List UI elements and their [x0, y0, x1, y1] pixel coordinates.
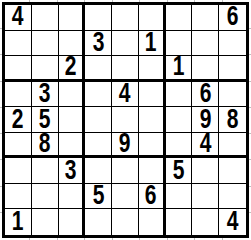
cell-r5c9: 8 [219, 107, 246, 133]
cell-r8c6: 6 [139, 184, 166, 210]
gridline-tick [249, 159, 251, 160]
given-digit: 1 [173, 56, 185, 81]
cell-r1c4[interactable] [85, 5, 112, 31]
cell-r6c2: 8 [32, 133, 59, 159]
cell-r9c7[interactable] [166, 209, 193, 235]
given-digit: 5 [92, 184, 104, 210]
gridline-tick [167, 0, 168, 2]
cell-r5c3[interactable] [59, 107, 86, 133]
cell-r6c3[interactable] [59, 133, 86, 159]
cell-r4c8: 6 [192, 82, 219, 108]
sudoku-board: 4631213462598894355614 [0, 0, 251, 240]
cell-r8c9[interactable] [219, 184, 246, 210]
cell-r2c5[interactable] [112, 31, 139, 57]
cell-r3c3: 2 [59, 56, 86, 82]
given-digit: 5 [173, 158, 185, 184]
cell-r5c8: 9 [192, 107, 219, 133]
given-digit: 1 [12, 209, 24, 235]
given-digit: 3 [65, 158, 77, 184]
given-digit: 5 [39, 107, 51, 133]
cell-r7c3: 3 [59, 158, 86, 184]
gridline-tick [0, 159, 2, 160]
gridline-tick [0, 133, 2, 134]
gridline-tick [139, 0, 140, 2]
cell-r1c8[interactable] [192, 5, 219, 31]
cell-r3c5[interactable] [112, 56, 139, 82]
cell-r3c1[interactable] [5, 56, 32, 82]
gridline-tick [0, 81, 2, 82]
cell-r5c5[interactable] [112, 107, 139, 133]
cell-r8c7[interactable] [166, 184, 193, 210]
cell-r8c3[interactable] [59, 184, 86, 210]
given-digit: 6 [199, 82, 211, 108]
cell-r4c1[interactable] [5, 82, 32, 108]
cell-r5c4[interactable] [85, 107, 112, 133]
sudoku-grid: 4631213462598894355614 [2, 2, 249, 238]
cell-r3c7: 1 [166, 56, 193, 82]
cell-r5c6[interactable] [139, 107, 166, 133]
cell-r1c7[interactable] [166, 5, 193, 31]
cell-r1c5[interactable] [112, 5, 139, 31]
cell-r9c2[interactable] [32, 209, 59, 235]
cell-r6c1[interactable] [5, 133, 32, 159]
cell-r4c6[interactable] [139, 82, 166, 108]
gridline-tick [249, 186, 251, 187]
gridline-tick [0, 28, 2, 29]
given-digit: 8 [227, 107, 239, 133]
cell-r7c7: 5 [166, 158, 193, 184]
cell-r5c7[interactable] [166, 107, 193, 133]
cell-r9c1: 1 [5, 209, 32, 235]
cell-r8c8[interactable] [192, 184, 219, 210]
cell-r6c9[interactable] [219, 133, 246, 159]
cell-r7c6[interactable] [139, 158, 166, 184]
cell-r7c4[interactable] [85, 158, 112, 184]
gridline-tick [57, 0, 58, 2]
cell-r1c6[interactable] [139, 5, 166, 31]
cell-r8c5[interactable] [112, 184, 139, 210]
gridline-tick [249, 54, 251, 55]
gridline-tick [0, 212, 2, 213]
cell-r1c9: 6 [219, 5, 246, 31]
cell-r9c6[interactable] [139, 209, 166, 235]
given-digit: 4 [12, 5, 24, 31]
cell-r7c9[interactable] [219, 158, 246, 184]
given-digit: 4 [227, 209, 239, 235]
given-digit: 6 [227, 5, 239, 31]
cell-r4c3[interactable] [59, 82, 86, 108]
given-digit: 1 [145, 31, 157, 57]
cell-r1c2[interactable] [32, 5, 59, 31]
cell-r9c3[interactable] [59, 209, 86, 235]
gridline-tick [249, 212, 251, 213]
cell-r6c8: 4 [192, 133, 219, 159]
gridline-tick [249, 107, 251, 108]
given-digit: 4 [199, 133, 211, 158]
cell-r9c9: 4 [219, 209, 246, 235]
cell-r3c4[interactable] [85, 56, 112, 82]
given-digit: 3 [92, 31, 104, 57]
cell-r8c2[interactable] [32, 184, 59, 210]
cell-r6c4[interactable] [85, 133, 112, 159]
given-digit: 6 [145, 184, 157, 210]
cell-r2c2[interactable] [32, 31, 59, 57]
gridline-tick [29, 0, 30, 2]
gridline-tick [112, 0, 113, 2]
gridline-tick [0, 186, 2, 187]
cell-r3c8[interactable] [192, 56, 219, 82]
cell-r5c1: 2 [5, 107, 32, 133]
cell-r7c1[interactable] [5, 158, 32, 184]
cell-r6c7[interactable] [166, 133, 193, 159]
cell-r6c6[interactable] [139, 133, 166, 159]
cell-r4c5: 4 [112, 82, 139, 108]
gridline-tick [249, 28, 251, 29]
cell-r2c9[interactable] [219, 31, 246, 57]
cell-r7c2[interactable] [32, 158, 59, 184]
cell-r2c6: 1 [139, 31, 166, 57]
gridline-tick [0, 54, 2, 55]
cell-r2c8[interactable] [192, 31, 219, 57]
cell-r2c1[interactable] [5, 31, 32, 57]
gridline-tick [249, 133, 251, 134]
cell-r3c6[interactable] [139, 56, 166, 82]
gridline-tick [84, 0, 85, 2]
cell-r9c8[interactable] [192, 209, 219, 235]
cell-r8c1[interactable] [5, 184, 32, 210]
cell-r2c4: 3 [85, 31, 112, 57]
cell-r1c1: 4 [5, 5, 32, 31]
cell-r8c4: 5 [85, 184, 112, 210]
cell-r4c4[interactable] [85, 82, 112, 108]
cell-r4c9[interactable] [219, 82, 246, 108]
gridline-tick [0, 107, 2, 108]
cell-r7c8[interactable] [192, 158, 219, 184]
given-digit: 8 [39, 133, 51, 158]
cell-r7c5[interactable] [112, 158, 139, 184]
gridline-tick [249, 81, 251, 82]
cell-r3c2[interactable] [32, 56, 59, 82]
cell-r6c5: 9 [112, 133, 139, 159]
cell-r4c7[interactable] [166, 82, 193, 108]
gridline-tick [222, 0, 223, 2]
gridline-tick [194, 0, 195, 2]
given-digit: 3 [39, 82, 51, 108]
cell-r2c3[interactable] [59, 31, 86, 57]
cell-r4c2: 3 [32, 82, 59, 108]
given-digit: 4 [119, 82, 131, 108]
given-digit: 9 [119, 133, 131, 158]
cell-r1c3[interactable] [59, 5, 86, 31]
given-digit: 2 [65, 56, 77, 81]
given-digit: 2 [12, 107, 24, 133]
cell-r9c4[interactable] [85, 209, 112, 235]
given-digit: 9 [199, 107, 211, 133]
cell-r9c5[interactable] [112, 209, 139, 235]
cell-r3c9[interactable] [219, 56, 246, 82]
cell-r2c7[interactable] [166, 31, 193, 57]
cell-r5c2: 5 [32, 107, 59, 133]
